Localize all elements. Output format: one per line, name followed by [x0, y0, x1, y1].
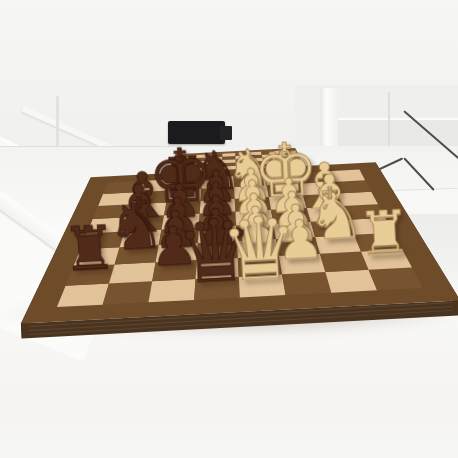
- light-queen-piece: ♛︎: [219, 204, 301, 294]
- light-rook-piece: ♜︎: [356, 202, 413, 265]
- square-g1: [325, 269, 377, 293]
- photo-scene: ♜︎♞︎♜︎♞︎♚︎♟︎♚︎♟︎♝︎♟︎♟︎♝︎♟︎♟︎♝︎♟︎♟︎♝︎♟︎♟︎…: [0, 0, 458, 458]
- boards-group: ♜︎♞︎♜︎♞︎♚︎♟︎♚︎♟︎♝︎♟︎♟︎♝︎♟︎♟︎♝︎♟︎♟︎♝︎♟︎♟︎…: [0, 0, 458, 458]
- square-b1: [102, 281, 154, 305]
- dark-rook-piece: ♜︎: [61, 217, 118, 280]
